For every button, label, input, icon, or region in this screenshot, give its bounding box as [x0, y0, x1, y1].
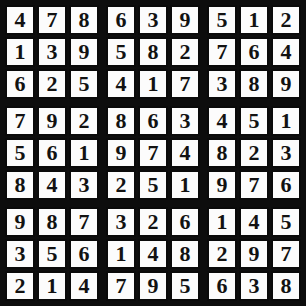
cell-r4c6[interactable]: 3 [170, 106, 200, 136]
cell-r5c2[interactable]: 6 [37, 138, 67, 168]
cell-r1c7[interactable]: 5 [207, 5, 237, 35]
cell-r7c5[interactable]: 2 [138, 207, 168, 237]
cell-r3c7[interactable]: 3 [207, 69, 237, 99]
cell-r1c8[interactable]: 1 [239, 5, 269, 35]
cell-r5c5[interactable]: 7 [138, 138, 168, 168]
cell-r7c2[interactable]: 8 [37, 207, 67, 237]
cell-r6c5[interactable]: 5 [138, 170, 168, 200]
cell-r4c1[interactable]: 7 [5, 106, 35, 136]
cell-r7c7[interactable]: 1 [207, 207, 237, 237]
cell-r3c6[interactable]: 7 [170, 69, 200, 99]
cell-r6c4[interactable]: 2 [106, 170, 136, 200]
cell-r8c8[interactable]: 9 [239, 239, 269, 269]
cell-r2c6[interactable]: 2 [170, 37, 200, 67]
cell-r4c4[interactable]: 8 [106, 106, 136, 136]
cell-r6c9[interactable]: 6 [271, 170, 301, 200]
cell-r5c7[interactable]: 8 [207, 138, 237, 168]
cell-r1c6[interactable]: 9 [170, 5, 200, 35]
cell-r6c1[interactable]: 8 [5, 170, 35, 200]
cell-r2c4[interactable]: 5 [106, 37, 136, 67]
cell-r8c3[interactable]: 6 [69, 239, 99, 269]
cell-r5c8[interactable]: 2 [239, 138, 269, 168]
cell-r2c5[interactable]: 8 [138, 37, 168, 67]
cell-r9c7[interactable]: 6 [207, 271, 237, 301]
cell-r5c9[interactable]: 3 [271, 138, 301, 168]
cell-r9c9[interactable]: 8 [271, 271, 301, 301]
cell-r3c4[interactable]: 4 [106, 69, 136, 99]
cell-r7c9[interactable]: 5 [271, 207, 301, 237]
cell-r2c2[interactable]: 3 [37, 37, 67, 67]
cell-r9c1[interactable]: 2 [5, 271, 35, 301]
cell-r6c3[interactable]: 3 [69, 170, 99, 200]
cell-r4c5[interactable]: 6 [138, 106, 168, 136]
cell-r3c3[interactable]: 5 [69, 69, 99, 99]
cell-r8c5[interactable]: 4 [138, 239, 168, 269]
cell-r2c3[interactable]: 9 [69, 37, 99, 67]
cell-r7c4[interactable]: 3 [106, 207, 136, 237]
cell-r9c4[interactable]: 7 [106, 271, 136, 301]
cell-r7c8[interactable]: 4 [239, 207, 269, 237]
cell-r3c9[interactable]: 9 [271, 69, 301, 99]
cell-r1c1[interactable]: 4 [5, 5, 35, 35]
cell-r3c1[interactable]: 6 [5, 69, 35, 99]
cell-r4c9[interactable]: 1 [271, 106, 301, 136]
cell-r7c3[interactable]: 7 [69, 207, 99, 237]
cell-r9c8[interactable]: 3 [239, 271, 269, 301]
cell-r8c7[interactable]: 2 [207, 239, 237, 269]
cell-r1c4[interactable]: 6 [106, 5, 136, 35]
cell-r8c1[interactable]: 3 [5, 239, 35, 269]
cell-r9c3[interactable]: 4 [69, 271, 99, 301]
cell-r4c7[interactable]: 4 [207, 106, 237, 136]
cell-r1c5[interactable]: 3 [138, 5, 168, 35]
cell-r4c3[interactable]: 2 [69, 106, 99, 136]
cell-r8c4[interactable]: 1 [106, 239, 136, 269]
cell-r1c3[interactable]: 8 [69, 5, 99, 35]
cell-r2c1[interactable]: 1 [5, 37, 35, 67]
cell-r6c6[interactable]: 1 [170, 170, 200, 200]
cell-r6c8[interactable]: 7 [239, 170, 269, 200]
cell-r4c2[interactable]: 9 [37, 106, 67, 136]
cell-r5c6[interactable]: 4 [170, 138, 200, 168]
cell-r1c9[interactable]: 2 [271, 5, 301, 35]
cell-r1c2[interactable]: 7 [37, 5, 67, 35]
cell-r4c8[interactable]: 5 [239, 106, 269, 136]
cell-r9c6[interactable]: 5 [170, 271, 200, 301]
cell-r8c2[interactable]: 5 [37, 239, 67, 269]
sudoku-screenshot: 4786395121395827646254173897928634515619… [0, 0, 306, 306]
cell-r2c8[interactable]: 6 [239, 37, 269, 67]
cell-r9c5[interactable]: 9 [138, 271, 168, 301]
cell-r5c1[interactable]: 5 [5, 138, 35, 168]
cell-r7c6[interactable]: 6 [170, 207, 200, 237]
cell-r3c2[interactable]: 2 [37, 69, 67, 99]
sudoku-board: 4786395121395827646254173897928634515619… [0, 0, 306, 306]
cell-r2c7[interactable]: 7 [207, 37, 237, 67]
cell-r5c3[interactable]: 1 [69, 138, 99, 168]
cell-r5c4[interactable]: 9 [106, 138, 136, 168]
cell-r6c7[interactable]: 9 [207, 170, 237, 200]
cell-r6c2[interactable]: 4 [37, 170, 67, 200]
cell-r3c8[interactable]: 8 [239, 69, 269, 99]
cell-r8c9[interactable]: 7 [271, 239, 301, 269]
cell-r8c6[interactable]: 8 [170, 239, 200, 269]
cell-r7c1[interactable]: 9 [5, 207, 35, 237]
cell-r9c2[interactable]: 1 [37, 271, 67, 301]
cell-r2c9[interactable]: 4 [271, 37, 301, 67]
cell-r3c5[interactable]: 1 [138, 69, 168, 99]
